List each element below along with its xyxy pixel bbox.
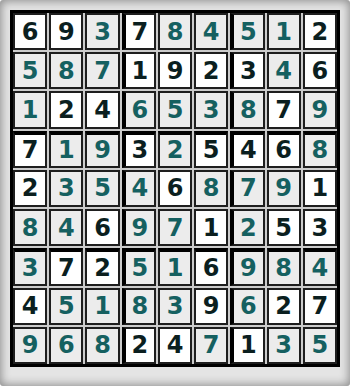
cell-r7c3[interactable]: 2 — [85, 248, 119, 285]
cell-r8c6[interactable]: 9 — [194, 288, 228, 325]
cell-r9c1[interactable]: 9 — [13, 327, 47, 364]
cell-r3c3[interactable]: 4 — [85, 91, 119, 128]
cell-r4c1[interactable]: 7 — [13, 131, 47, 168]
cell-r9c4[interactable]: 2 — [122, 327, 156, 364]
cell-r6c4[interactable]: 9 — [122, 209, 156, 246]
cell-r8c9[interactable]: 7 — [303, 288, 337, 325]
cell-r3c5[interactable]: 5 — [158, 91, 192, 128]
cell-r6c2[interactable]: 4 — [49, 209, 83, 246]
cell-r3c9[interactable]: 9 — [303, 91, 337, 128]
cell-r1c8[interactable]: 1 — [267, 13, 301, 50]
cell-r5c6[interactable]: 8 — [194, 170, 228, 207]
cell-r5c7[interactable]: 7 — [230, 170, 264, 207]
cell-r2c7[interactable]: 3 — [230, 52, 264, 89]
cell-r7c1[interactable]: 3 — [13, 248, 47, 285]
sudoku-grid: 6937845125871923461246538797193254682354… — [13, 13, 337, 364]
cell-r6c8[interactable]: 5 — [267, 209, 301, 246]
cell-r7c6[interactable]: 6 — [194, 248, 228, 285]
cell-r6c6[interactable]: 1 — [194, 209, 228, 246]
cell-r7c8[interactable]: 8 — [267, 248, 301, 285]
cell-r5c8[interactable]: 9 — [267, 170, 301, 207]
cell-r9c3[interactable]: 8 — [85, 327, 119, 364]
cell-r7c4[interactable]: 5 — [122, 248, 156, 285]
cell-r1c3[interactable]: 3 — [85, 13, 119, 50]
cell-r3c7[interactable]: 8 — [230, 91, 264, 128]
cell-r2c4[interactable]: 1 — [122, 52, 156, 89]
cell-r8c5[interactable]: 3 — [158, 288, 192, 325]
cell-r5c3[interactable]: 5 — [85, 170, 119, 207]
cell-r3c2[interactable]: 2 — [49, 91, 83, 128]
page-background: 6937845125871923461246538797193254682354… — [0, 0, 350, 386]
cell-r3c1[interactable]: 1 — [13, 91, 47, 128]
cell-r5c1[interactable]: 2 — [13, 170, 47, 207]
cell-r8c1[interactable]: 4 — [13, 288, 47, 325]
cell-r7c5[interactable]: 1 — [158, 248, 192, 285]
cell-r6c1[interactable]: 8 — [13, 209, 47, 246]
cell-r2c2[interactable]: 8 — [49, 52, 83, 89]
cell-r6c3[interactable]: 6 — [85, 209, 119, 246]
cell-r8c4[interactable]: 8 — [122, 288, 156, 325]
cell-r4c7[interactable]: 4 — [230, 131, 264, 168]
cell-r3c6[interactable]: 3 — [194, 91, 228, 128]
cell-r7c7[interactable]: 9 — [230, 248, 264, 285]
cell-r2c9[interactable]: 6 — [303, 52, 337, 89]
cell-r4c2[interactable]: 1 — [49, 131, 83, 168]
cell-r5c9[interactable]: 1 — [303, 170, 337, 207]
cell-r9c7[interactable]: 1 — [230, 327, 264, 364]
cell-r2c8[interactable]: 4 — [267, 52, 301, 89]
cell-r4c9[interactable]: 8 — [303, 131, 337, 168]
sudoku-board: 6937845125871923461246538797193254682354… — [10, 10, 340, 367]
cell-r9c5[interactable]: 4 — [158, 327, 192, 364]
cell-r7c9[interactable]: 4 — [303, 248, 337, 285]
cell-r8c8[interactable]: 2 — [267, 288, 301, 325]
cell-r4c5[interactable]: 2 — [158, 131, 192, 168]
cell-r4c8[interactable]: 6 — [267, 131, 301, 168]
cell-r6c9[interactable]: 3 — [303, 209, 337, 246]
cell-r1c1[interactable]: 6 — [13, 13, 47, 50]
cell-r3c8[interactable]: 7 — [267, 91, 301, 128]
cell-r1c2[interactable]: 9 — [49, 13, 83, 50]
cell-r5c4[interactable]: 4 — [122, 170, 156, 207]
cell-r8c2[interactable]: 5 — [49, 288, 83, 325]
cell-r4c6[interactable]: 5 — [194, 131, 228, 168]
cell-r6c5[interactable]: 7 — [158, 209, 192, 246]
cell-r5c2[interactable]: 3 — [49, 170, 83, 207]
cell-r9c6[interactable]: 7 — [194, 327, 228, 364]
cell-r2c1[interactable]: 5 — [13, 52, 47, 89]
cell-r9c2[interactable]: 6 — [49, 327, 83, 364]
cell-r6c7[interactable]: 2 — [230, 209, 264, 246]
cell-r7c2[interactable]: 7 — [49, 248, 83, 285]
cell-r4c4[interactable]: 3 — [122, 131, 156, 168]
cell-r1c5[interactable]: 8 — [158, 13, 192, 50]
cell-r8c7[interactable]: 6 — [230, 288, 264, 325]
cell-r2c6[interactable]: 2 — [194, 52, 228, 89]
cell-r5c5[interactable]: 6 — [158, 170, 192, 207]
cell-r8c3[interactable]: 1 — [85, 288, 119, 325]
cell-r2c5[interactable]: 9 — [158, 52, 192, 89]
cell-r1c9[interactable]: 2 — [303, 13, 337, 50]
cell-r1c4[interactable]: 7 — [122, 13, 156, 50]
cell-r3c4[interactable]: 6 — [122, 91, 156, 128]
cell-r1c7[interactable]: 5 — [230, 13, 264, 50]
cell-r1c6[interactable]: 4 — [194, 13, 228, 50]
cell-r4c3[interactable]: 9 — [85, 131, 119, 168]
cell-r9c8[interactable]: 3 — [267, 327, 301, 364]
cell-r9c9[interactable]: 5 — [303, 327, 337, 364]
cell-r2c3[interactable]: 7 — [85, 52, 119, 89]
